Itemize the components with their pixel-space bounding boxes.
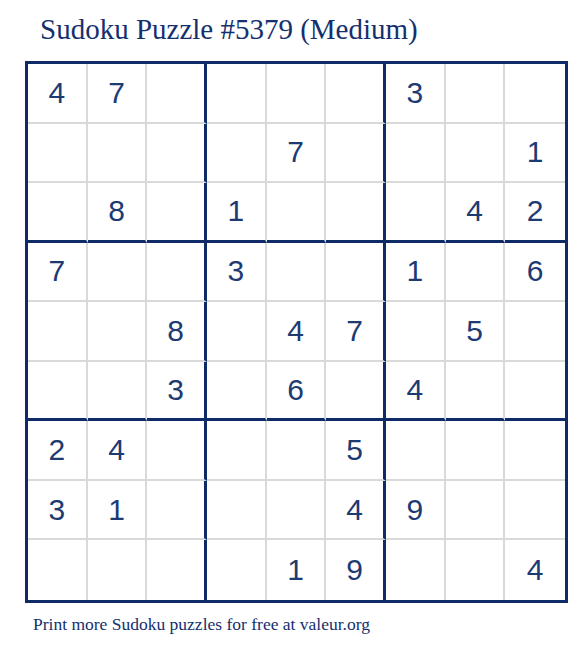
cell-r4c5[interactable] xyxy=(267,243,327,303)
cell-r5c4[interactable] xyxy=(207,302,267,362)
cell-r6c4[interactable] xyxy=(207,362,267,422)
cell-r6c8[interactable] xyxy=(446,362,506,422)
cell-r4c1[interactable]: 7 xyxy=(28,243,88,303)
cell-r7c1[interactable]: 2 xyxy=(28,421,88,481)
cell-r6c3[interactable]: 3 xyxy=(147,362,207,422)
cell-r6c1[interactable] xyxy=(28,362,88,422)
cell-r2c2[interactable] xyxy=(88,124,148,184)
cell-r6c9[interactable] xyxy=(505,362,565,422)
page-title: Sudoku Puzzle #5379 (Medium) xyxy=(40,13,418,46)
cell-r9c8[interactable] xyxy=(446,540,506,600)
cell-r9c3[interactable] xyxy=(147,540,207,600)
cell-r5c8[interactable]: 5 xyxy=(446,302,506,362)
cell-r7c7[interactable] xyxy=(386,421,446,481)
cell-r1c5[interactable] xyxy=(267,64,327,124)
cell-r8c5[interactable] xyxy=(267,481,327,541)
cell-r9c4[interactable] xyxy=(207,540,267,600)
cell-r3c7[interactable] xyxy=(386,183,446,243)
cell-r2c8[interactable] xyxy=(446,124,506,184)
cell-r8c2[interactable]: 1 xyxy=(88,481,148,541)
cell-r7c2[interactable]: 4 xyxy=(88,421,148,481)
cell-r4c6[interactable] xyxy=(326,243,386,303)
cell-r3c6[interactable] xyxy=(326,183,386,243)
cell-r7c4[interactable] xyxy=(207,421,267,481)
cell-r1c1[interactable]: 4 xyxy=(28,64,88,124)
cell-r2c7[interactable] xyxy=(386,124,446,184)
cell-r3c5[interactable] xyxy=(267,183,327,243)
cell-r4c7[interactable]: 1 xyxy=(386,243,446,303)
footer-text: Print more Sudoku puzzles for free at va… xyxy=(33,614,370,635)
cell-r8c1[interactable]: 3 xyxy=(28,481,88,541)
cell-r8c6[interactable]: 4 xyxy=(326,481,386,541)
sudoku-board: 473718142731684753642453149194 xyxy=(25,61,568,603)
cell-r8c3[interactable] xyxy=(147,481,207,541)
cell-r7c8[interactable] xyxy=(446,421,506,481)
cell-r7c3[interactable] xyxy=(147,421,207,481)
cell-r6c7[interactable]: 4 xyxy=(386,362,446,422)
cell-r9c7[interactable] xyxy=(386,540,446,600)
cell-r1c4[interactable] xyxy=(207,64,267,124)
cell-r8c7[interactable]: 9 xyxy=(386,481,446,541)
cell-r5c5[interactable]: 4 xyxy=(267,302,327,362)
cell-r2c1[interactable] xyxy=(28,124,88,184)
cell-r9c5[interactable]: 1 xyxy=(267,540,327,600)
cell-r2c4[interactable] xyxy=(207,124,267,184)
cell-r5c9[interactable] xyxy=(505,302,565,362)
cell-r7c6[interactable]: 5 xyxy=(326,421,386,481)
cell-r5c2[interactable] xyxy=(88,302,148,362)
cell-r1c3[interactable] xyxy=(147,64,207,124)
cell-r2c5[interactable]: 7 xyxy=(267,124,327,184)
cell-r9c9[interactable]: 4 xyxy=(505,540,565,600)
cell-r5c7[interactable] xyxy=(386,302,446,362)
cell-r7c5[interactable] xyxy=(267,421,327,481)
cell-r9c1[interactable] xyxy=(28,540,88,600)
cell-r2c3[interactable] xyxy=(147,124,207,184)
cell-r6c5[interactable]: 6 xyxy=(267,362,327,422)
cell-r1c9[interactable] xyxy=(505,64,565,124)
cell-r3c4[interactable]: 1 xyxy=(207,183,267,243)
cell-r4c8[interactable] xyxy=(446,243,506,303)
cell-r3c2[interactable]: 8 xyxy=(88,183,148,243)
cell-r4c3[interactable] xyxy=(147,243,207,303)
cell-r1c7[interactable]: 3 xyxy=(386,64,446,124)
cell-r6c2[interactable] xyxy=(88,362,148,422)
cell-r5c3[interactable]: 8 xyxy=(147,302,207,362)
cell-r2c6[interactable] xyxy=(326,124,386,184)
cell-r3c8[interactable]: 4 xyxy=(446,183,506,243)
cell-r8c8[interactable] xyxy=(446,481,506,541)
cell-r1c2[interactable]: 7 xyxy=(88,64,148,124)
cell-r5c6[interactable]: 7 xyxy=(326,302,386,362)
cell-r4c4[interactable]: 3 xyxy=(207,243,267,303)
cell-r3c9[interactable]: 2 xyxy=(505,183,565,243)
cell-r4c2[interactable] xyxy=(88,243,148,303)
cell-r2c9[interactable]: 1 xyxy=(505,124,565,184)
cell-r9c6[interactable]: 9 xyxy=(326,540,386,600)
cell-r3c1[interactable] xyxy=(28,183,88,243)
cell-r3c3[interactable] xyxy=(147,183,207,243)
cell-r7c9[interactable] xyxy=(505,421,565,481)
cell-r6c6[interactable] xyxy=(326,362,386,422)
cell-r9c2[interactable] xyxy=(88,540,148,600)
cell-r4c9[interactable]: 6 xyxy=(505,243,565,303)
cell-r1c6[interactable] xyxy=(326,64,386,124)
cell-r8c4[interactable] xyxy=(207,481,267,541)
cell-r5c1[interactable] xyxy=(28,302,88,362)
cell-r1c8[interactable] xyxy=(446,64,506,124)
cell-r8c9[interactable] xyxy=(505,481,565,541)
sudoku-page: Sudoku Puzzle #5379 (Medium) 47371814273… xyxy=(0,0,574,651)
